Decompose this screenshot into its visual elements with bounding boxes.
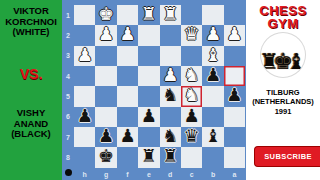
black-pawn-g7: ♟ bbox=[95, 125, 116, 147]
square-a4[interactable] bbox=[224, 66, 245, 86]
side-to-move-indicator bbox=[65, 169, 72, 176]
black-pawn-c6: ♟ bbox=[181, 105, 202, 127]
square-c5[interactable]: ♞ bbox=[181, 86, 202, 106]
square-b8[interactable] bbox=[202, 147, 223, 167]
square-f5[interactable] bbox=[117, 86, 138, 106]
event-label: TILBURG (NETHERLANDS) 1991 bbox=[252, 88, 314, 116]
square-a6[interactable] bbox=[224, 107, 245, 127]
square-b7[interactable]: ♝ bbox=[202, 127, 223, 147]
square-d5[interactable]: ♞ bbox=[160, 86, 181, 106]
square-a5[interactable]: ♟ bbox=[224, 86, 245, 106]
file-label-a: a bbox=[224, 168, 245, 180]
square-h3[interactable]: ♟ bbox=[74, 46, 95, 66]
square-e1[interactable]: ♜ bbox=[138, 5, 159, 25]
square-c3[interactable] bbox=[181, 46, 202, 66]
square-f6[interactable] bbox=[117, 107, 138, 127]
event-line2: (NETHERLANDS) bbox=[252, 97, 314, 106]
black-rook-e8: ♜ bbox=[138, 145, 159, 167]
chess-pieces-icon: ♜♚♝ bbox=[261, 51, 301, 73]
square-a7[interactable] bbox=[224, 127, 245, 147]
white-bishop-b3: ♝ bbox=[202, 44, 223, 66]
white-king-g1: ♚ bbox=[95, 3, 116, 25]
square-g3[interactable] bbox=[95, 46, 116, 66]
black-knight-d7: ♞ bbox=[160, 125, 181, 147]
square-e6[interactable]: ♟ bbox=[138, 107, 159, 127]
square-f7[interactable]: ♟ bbox=[117, 127, 138, 147]
black-bishop-b7: ♝ bbox=[202, 125, 223, 147]
chess-board: 12345678 ♚♜♜♟♟♛♟♟♟♝♟♞♟♞♞♟♟♟♟♟♟♞♛♝♚♜♜ hgf… bbox=[62, 0, 246, 180]
file-label-b: b bbox=[202, 168, 223, 180]
square-c4[interactable]: ♞ bbox=[181, 66, 202, 86]
black-queen-c7: ♛ bbox=[181, 125, 202, 147]
white-player-line3: (WHITE) bbox=[5, 27, 57, 38]
brand-line2: GYM bbox=[259, 17, 306, 30]
square-b1[interactable] bbox=[202, 5, 223, 25]
square-b2[interactable]: ♟ bbox=[202, 25, 223, 45]
white-queen-c2: ♛ bbox=[181, 23, 202, 45]
square-d8[interactable]: ♜ bbox=[160, 147, 181, 167]
square-b4[interactable]: ♟ bbox=[202, 66, 223, 86]
square-d2[interactable] bbox=[160, 25, 181, 45]
square-h4[interactable] bbox=[74, 66, 95, 86]
white-rook-d1: ♜ bbox=[160, 3, 181, 25]
rank-label-4: 4 bbox=[62, 66, 74, 86]
square-c7[interactable]: ♛ bbox=[181, 127, 202, 147]
square-h6[interactable]: ♟ bbox=[74, 107, 95, 127]
square-e5[interactable] bbox=[138, 86, 159, 106]
video-thumbnail: VIKTOR KORCHNOI (WHITE) VS. VISHY ANAND … bbox=[0, 0, 320, 180]
square-c2[interactable]: ♛ bbox=[181, 25, 202, 45]
black-player-line1: VISHY bbox=[11, 108, 51, 119]
file-label-g: g bbox=[95, 168, 116, 180]
file-label-c: c bbox=[181, 168, 202, 180]
rank-label-8: 8 bbox=[62, 147, 74, 167]
square-d3[interactable] bbox=[160, 46, 181, 66]
event-line1: TILBURG bbox=[252, 88, 314, 97]
black-pawn-a5: ♟ bbox=[224, 84, 245, 106]
square-h2[interactable] bbox=[74, 25, 95, 45]
white-rook-e1: ♜ bbox=[138, 3, 159, 25]
file-label-d: d bbox=[160, 168, 181, 180]
square-e8[interactable]: ♜ bbox=[138, 147, 159, 167]
white-pawn-h3: ♟ bbox=[74, 44, 95, 66]
black-pawn-h6: ♟ bbox=[74, 105, 95, 127]
vs-label: VS. bbox=[20, 66, 43, 82]
square-a2[interactable]: ♟ bbox=[224, 25, 245, 45]
channel-logo-image: ♜♚♝ bbox=[261, 33, 305, 77]
square-d1[interactable]: ♜ bbox=[160, 5, 181, 25]
rank-label-5: 5 bbox=[62, 86, 74, 106]
square-f1[interactable] bbox=[117, 5, 138, 25]
square-g5[interactable] bbox=[95, 86, 116, 106]
square-d6[interactable] bbox=[160, 107, 181, 127]
square-d7[interactable]: ♞ bbox=[160, 127, 181, 147]
black-pawn-b4: ♟ bbox=[202, 64, 223, 86]
square-a3[interactable] bbox=[224, 46, 245, 66]
rank-label-6: 6 bbox=[62, 107, 74, 127]
rank-label-7: 7 bbox=[62, 127, 74, 147]
square-h1[interactable] bbox=[74, 5, 95, 25]
square-g2[interactable]: ♟ bbox=[95, 25, 116, 45]
white-pawn-d4: ♟ bbox=[160, 64, 181, 86]
square-a8[interactable] bbox=[224, 147, 245, 167]
subscribe-button[interactable]: SUBSCRIBE bbox=[254, 146, 320, 167]
square-b3[interactable]: ♝ bbox=[202, 46, 223, 66]
channel-logo-text: CHESS GYM bbox=[259, 4, 306, 30]
white-pawn-b2: ♟ bbox=[202, 23, 223, 45]
square-g4[interactable] bbox=[95, 66, 116, 86]
rank-label-3: 3 bbox=[62, 46, 74, 66]
square-b6[interactable] bbox=[202, 107, 223, 127]
square-e4[interactable] bbox=[138, 66, 159, 86]
black-player-label: VISHY ANAND (BLACK) bbox=[11, 108, 51, 140]
black-rook-d8: ♜ bbox=[160, 145, 181, 167]
square-g7[interactable]: ♟ bbox=[95, 127, 116, 147]
white-pawn-a2: ♟ bbox=[224, 23, 245, 45]
square-g1[interactable]: ♚ bbox=[95, 5, 116, 25]
square-f3[interactable] bbox=[117, 46, 138, 66]
square-e2[interactable] bbox=[138, 25, 159, 45]
rank-label-2: 2 bbox=[62, 25, 74, 45]
square-h5[interactable] bbox=[74, 86, 95, 106]
square-h7[interactable] bbox=[74, 127, 95, 147]
square-e3[interactable] bbox=[138, 46, 159, 66]
square-b5[interactable] bbox=[202, 86, 223, 106]
rank-label-1: 1 bbox=[62, 5, 74, 25]
event-line3: 1991 bbox=[252, 107, 314, 116]
players-panel: VIKTOR KORCHNOI (WHITE) VS. VISHY ANAND … bbox=[0, 0, 62, 180]
white-knight-c4: ♞ bbox=[181, 64, 202, 86]
square-c8[interactable] bbox=[181, 147, 202, 167]
square-g6[interactable] bbox=[95, 107, 116, 127]
file-label-e: e bbox=[138, 168, 159, 180]
black-pawn-f7: ♟ bbox=[117, 125, 138, 147]
square-h8[interactable] bbox=[74, 147, 95, 167]
file-labels: hgfedcba bbox=[74, 168, 245, 180]
board-squares: ♚♜♜♟♟♛♟♟♟♝♟♞♟♞♞♟♟♟♟♟♟♞♛♝♚♜♜ bbox=[74, 5, 245, 168]
square-f2[interactable]: ♟ bbox=[117, 25, 138, 45]
square-e7[interactable] bbox=[138, 127, 159, 147]
white-pawn-g2: ♟ bbox=[95, 23, 116, 45]
square-c6[interactable]: ♟ bbox=[181, 107, 202, 127]
channel-panel: CHESS GYM ♜♚♝ TILBURG (NETHERLANDS) 1991… bbox=[246, 0, 320, 180]
square-f8[interactable] bbox=[117, 147, 138, 167]
black-player-line3: (BLACK) bbox=[11, 129, 51, 140]
black-king-g8: ♚ bbox=[95, 145, 116, 167]
file-label-f: f bbox=[117, 168, 138, 180]
rank-labels: 12345678 bbox=[62, 5, 74, 168]
square-g8[interactable]: ♚ bbox=[95, 147, 116, 167]
white-knight-c5: ♞ bbox=[181, 84, 202, 106]
black-pawn-e6: ♟ bbox=[138, 105, 159, 127]
square-d4[interactable]: ♟ bbox=[160, 66, 181, 86]
square-f4[interactable] bbox=[117, 66, 138, 86]
file-label-h: h bbox=[74, 168, 95, 180]
square-c1[interactable] bbox=[181, 5, 202, 25]
white-pawn-f2: ♟ bbox=[117, 23, 138, 45]
black-knight-d5: ♞ bbox=[160, 84, 181, 106]
white-player-label: VIKTOR KORCHNOI (WHITE) bbox=[5, 6, 57, 38]
square-a1[interactable] bbox=[224, 5, 245, 25]
